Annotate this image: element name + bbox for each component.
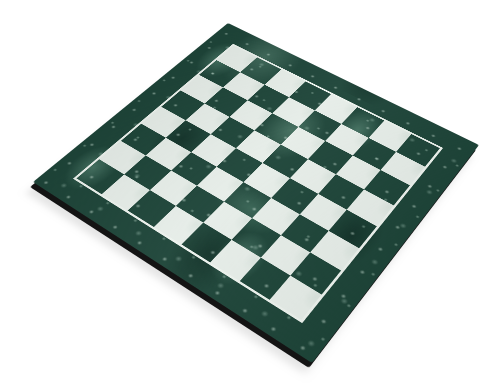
square-r7c1 [290, 253, 340, 295]
square-r0c6 [199, 60, 240, 87]
square-r3c3 [217, 148, 263, 182]
square-r5c7 [341, 107, 384, 138]
square-r3c0 [154, 206, 203, 244]
square-r1c2 [145, 138, 191, 171]
square-r6c6 [352, 138, 396, 171]
square-r7c0 [270, 276, 322, 320]
square-r4c2 [224, 182, 271, 218]
square-r7c5 [364, 170, 410, 205]
inlay-border [73, 44, 443, 323]
square-r5c3 [271, 178, 318, 214]
square-r6c4 [318, 174, 364, 210]
square-r6c5 [335, 156, 380, 190]
square-r7c3 [329, 210, 377, 248]
square-r4c7 [315, 94, 357, 124]
square-r5c2 [252, 198, 300, 236]
square-r3c4 [236, 131, 281, 163]
square-r2c6 [247, 84, 289, 113]
square-r5c6 [325, 124, 369, 156]
square-r3c5 [255, 114, 299, 145]
square-r4c0 [182, 223, 232, 263]
square-r5c4 [290, 159, 336, 193]
square-r4c5 [281, 127, 325, 159]
square-r0c7 [217, 46, 257, 72]
square-r0c1 [99, 141, 145, 174]
square-r6c3 [300, 194, 347, 231]
square-r1c7 [240, 57, 281, 84]
square-r2c2 [171, 152, 217, 186]
square-r6c7 [368, 120, 411, 151]
square-r3c1 [176, 186, 224, 223]
square-r1c6 [223, 72, 265, 100]
product-photo-chessboard [0, 0, 500, 386]
square-r2c4 [210, 117, 254, 148]
square-r4c4 [263, 145, 308, 178]
square-r5c0 [210, 240, 260, 281]
squares-grid [77, 46, 440, 320]
square-r1c4 [186, 104, 230, 135]
square-r1c5 [204, 88, 247, 117]
square-r0c4 [161, 91, 204, 121]
chess-board [33, 23, 479, 363]
square-r7c4 [347, 190, 394, 227]
square-r2c1 [149, 171, 196, 207]
square-r5c5 [308, 141, 353, 174]
square-r4c3 [244, 163, 290, 198]
square-r4c6 [298, 110, 341, 141]
square-r3c7 [289, 81, 331, 110]
square-r1c1 [124, 156, 171, 190]
square-r6c2 [280, 214, 328, 253]
square-r2c5 [229, 100, 272, 130]
square-r4c1 [203, 202, 252, 240]
square-r2c7 [264, 69, 305, 97]
square-r1c0 [102, 174, 150, 210]
square-r6c0 [239, 258, 290, 300]
square-r7c7 [396, 134, 440, 166]
square-r0c0 [77, 159, 124, 194]
square-r0c2 [121, 124, 166, 156]
square-r0c5 [180, 75, 222, 104]
square-r3c2 [197, 167, 244, 202]
square-r6c1 [260, 235, 310, 276]
square-r1c3 [166, 120, 211, 152]
square-r5c1 [231, 218, 280, 257]
square-r2c0 [127, 190, 176, 227]
square-r2c3 [191, 134, 236, 167]
square-r7c2 [310, 231, 359, 271]
square-r3c6 [272, 97, 315, 127]
square-r0c3 [141, 107, 185, 138]
square-r7c6 [381, 152, 426, 186]
